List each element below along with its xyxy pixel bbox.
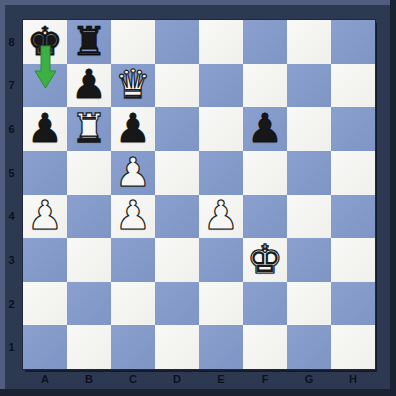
square-g5[interactable] <box>287 151 331 195</box>
black-pawn[interactable]: ♟ <box>247 108 283 148</box>
square-h7[interactable] <box>331 64 375 108</box>
square-f5[interactable] <box>243 151 287 195</box>
rank-label-8: 8 <box>0 20 23 64</box>
square-g1[interactable] <box>287 325 331 369</box>
rank-label-1: 1 <box>0 325 23 369</box>
file-label-g: G <box>287 369 331 388</box>
square-g3[interactable] <box>287 238 331 282</box>
square-d3[interactable] <box>155 238 199 282</box>
square-d6[interactable] <box>155 107 199 151</box>
white-pawn[interactable]: ♟ <box>115 152 151 192</box>
square-f7[interactable] <box>243 64 287 108</box>
chess-board: ♚♜♟♛♟♜♟♟♟♟♟♟♚ <box>23 20 375 369</box>
square-e8[interactable] <box>199 20 243 64</box>
rank-labels: 8 7 6 5 4 3 2 1 <box>0 20 23 369</box>
rank-label-5: 5 <box>0 151 23 195</box>
square-a7[interactable] <box>23 64 67 108</box>
square-b4[interactable] <box>67 195 111 239</box>
file-labels: A B C D E F G H <box>23 369 375 388</box>
white-king[interactable]: ♚ <box>247 239 283 279</box>
file-label-f: F <box>243 369 287 388</box>
square-a4[interactable]: ♟ <box>23 195 67 239</box>
square-a8[interactable]: ♚ <box>23 20 67 64</box>
square-c6[interactable]: ♟ <box>111 107 155 151</box>
square-b2[interactable] <box>67 282 111 326</box>
file-label-c: C <box>111 369 155 388</box>
square-c7[interactable]: ♛ <box>111 64 155 108</box>
square-a3[interactable] <box>23 238 67 282</box>
black-pawn[interactable]: ♟ <box>115 108 151 148</box>
square-b8[interactable]: ♜ <box>67 20 111 64</box>
square-h1[interactable] <box>331 325 375 369</box>
square-a6[interactable]: ♟ <box>23 107 67 151</box>
square-c3[interactable] <box>111 238 155 282</box>
square-h2[interactable] <box>331 282 375 326</box>
square-a5[interactable] <box>23 151 67 195</box>
square-a1[interactable] <box>23 325 67 369</box>
black-king[interactable]: ♚ <box>27 21 63 61</box>
square-c2[interactable] <box>111 282 155 326</box>
square-h4[interactable] <box>331 195 375 239</box>
white-queen[interactable]: ♛ <box>115 64 151 104</box>
square-e2[interactable] <box>199 282 243 326</box>
rank-label-6: 6 <box>0 107 23 151</box>
white-rook[interactable]: ♜ <box>71 108 107 148</box>
rank-label-7: 7 <box>0 64 23 108</box>
square-h8[interactable] <box>331 20 375 64</box>
square-a2[interactable] <box>23 282 67 326</box>
chess-board-frame: 8 7 6 5 4 3 2 1 ♚♜♟♛♟♜♟♟♟♟♟♟♚ A B C D E … <box>0 0 396 396</box>
square-e7[interactable] <box>199 64 243 108</box>
square-b6[interactable]: ♜ <box>67 107 111 151</box>
square-h3[interactable] <box>331 238 375 282</box>
white-pawn[interactable]: ♟ <box>27 195 63 235</box>
square-c1[interactable] <box>111 325 155 369</box>
square-g7[interactable] <box>287 64 331 108</box>
square-f2[interactable] <box>243 282 287 326</box>
square-b7[interactable]: ♟ <box>67 64 111 108</box>
square-h6[interactable] <box>331 107 375 151</box>
frame-bevel-bottom <box>0 389 396 396</box>
file-label-d: D <box>155 369 199 388</box>
rank-label-2: 2 <box>0 282 23 326</box>
frame-bevel-right <box>390 0 396 396</box>
square-f3[interactable]: ♚ <box>243 238 287 282</box>
square-e5[interactable] <box>199 151 243 195</box>
square-c5[interactable]: ♟ <box>111 151 155 195</box>
square-b5[interactable] <box>67 151 111 195</box>
square-c4[interactable]: ♟ <box>111 195 155 239</box>
black-rook[interactable]: ♜ <box>71 21 107 61</box>
square-g2[interactable] <box>287 282 331 326</box>
square-g8[interactable] <box>287 20 331 64</box>
square-d2[interactable] <box>155 282 199 326</box>
square-f4[interactable] <box>243 195 287 239</box>
square-d7[interactable] <box>155 64 199 108</box>
file-label-e: E <box>199 369 243 388</box>
white-pawn[interactable]: ♟ <box>203 195 239 235</box>
square-e1[interactable] <box>199 325 243 369</box>
frame-bevel-top <box>0 0 396 5</box>
square-d8[interactable] <box>155 20 199 64</box>
square-b3[interactable] <box>67 238 111 282</box>
file-label-b: B <box>67 369 111 388</box>
square-g4[interactable] <box>287 195 331 239</box>
square-b1[interactable] <box>67 325 111 369</box>
square-d1[interactable] <box>155 325 199 369</box>
square-d4[interactable] <box>155 195 199 239</box>
square-f1[interactable] <box>243 325 287 369</box>
black-pawn[interactable]: ♟ <box>71 64 107 104</box>
square-d5[interactable] <box>155 151 199 195</box>
square-c8[interactable] <box>111 20 155 64</box>
file-label-a: A <box>23 369 67 388</box>
square-e3[interactable] <box>199 238 243 282</box>
rank-label-4: 4 <box>0 195 23 239</box>
white-pawn[interactable]: ♟ <box>115 195 151 235</box>
black-pawn[interactable]: ♟ <box>27 108 63 148</box>
square-h5[interactable] <box>331 151 375 195</box>
square-e6[interactable] <box>199 107 243 151</box>
square-f8[interactable] <box>243 20 287 64</box>
square-e4[interactable]: ♟ <box>199 195 243 239</box>
square-g6[interactable] <box>287 107 331 151</box>
square-f6[interactable]: ♟ <box>243 107 287 151</box>
file-label-h: H <box>331 369 375 388</box>
rank-label-3: 3 <box>0 238 23 282</box>
